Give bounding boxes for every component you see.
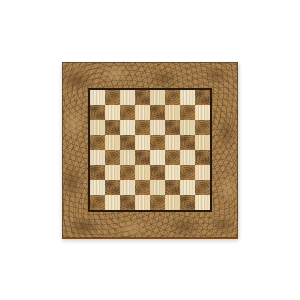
square-e3[interactable] xyxy=(150,165,165,180)
square-c3[interactable] xyxy=(120,165,135,180)
square-b7[interactable] xyxy=(105,105,120,120)
square-g2[interactable] xyxy=(180,180,195,195)
square-g1[interactable] xyxy=(180,195,195,210)
square-d4[interactable] xyxy=(135,150,150,165)
square-h3[interactable] xyxy=(195,165,210,180)
square-h5[interactable] xyxy=(195,135,210,150)
square-g7[interactable] xyxy=(180,105,195,120)
square-d8[interactable] xyxy=(135,90,150,105)
square-b8[interactable] xyxy=(105,90,120,105)
square-c6[interactable] xyxy=(120,120,135,135)
square-h6[interactable] xyxy=(195,120,210,135)
square-d1[interactable] xyxy=(135,195,150,210)
chess-grid xyxy=(90,90,210,210)
square-a2[interactable] xyxy=(90,180,105,195)
square-b6[interactable] xyxy=(105,120,120,135)
square-c7[interactable] xyxy=(120,105,135,120)
square-g6[interactable] xyxy=(180,120,195,135)
square-a3[interactable] xyxy=(90,165,105,180)
square-c2[interactable] xyxy=(120,180,135,195)
square-g4[interactable] xyxy=(180,150,195,165)
chess-board xyxy=(62,62,238,238)
square-a4[interactable] xyxy=(90,150,105,165)
square-d6[interactable] xyxy=(135,120,150,135)
square-c8[interactable] xyxy=(120,90,135,105)
square-f4[interactable] xyxy=(165,150,180,165)
square-a6[interactable] xyxy=(90,120,105,135)
square-e1[interactable] xyxy=(150,195,165,210)
square-b1[interactable] xyxy=(105,195,120,210)
square-g5[interactable] xyxy=(180,135,195,150)
square-f8[interactable] xyxy=(165,90,180,105)
square-h1[interactable] xyxy=(195,195,210,210)
square-b3[interactable] xyxy=(105,165,120,180)
square-d5[interactable] xyxy=(135,135,150,150)
square-a8[interactable] xyxy=(90,90,105,105)
square-e5[interactable] xyxy=(150,135,165,150)
square-c1[interactable] xyxy=(120,195,135,210)
square-h4[interactable] xyxy=(195,150,210,165)
square-b2[interactable] xyxy=(105,180,120,195)
square-e7[interactable] xyxy=(150,105,165,120)
square-c4[interactable] xyxy=(120,150,135,165)
square-h8[interactable] xyxy=(195,90,210,105)
square-h2[interactable] xyxy=(195,180,210,195)
square-f7[interactable] xyxy=(165,105,180,120)
square-a1[interactable] xyxy=(90,195,105,210)
square-e4[interactable] xyxy=(150,150,165,165)
playing-area-inlay-border xyxy=(88,88,212,212)
square-g3[interactable] xyxy=(180,165,195,180)
square-h7[interactable] xyxy=(195,105,210,120)
product-photo xyxy=(0,0,300,300)
square-f5[interactable] xyxy=(165,135,180,150)
square-c5[interactable] xyxy=(120,135,135,150)
square-a5[interactable] xyxy=(90,135,105,150)
square-e8[interactable] xyxy=(150,90,165,105)
square-b4[interactable] xyxy=(105,150,120,165)
square-f6[interactable] xyxy=(165,120,180,135)
square-e6[interactable] xyxy=(150,120,165,135)
square-d7[interactable] xyxy=(135,105,150,120)
square-d2[interactable] xyxy=(135,180,150,195)
square-e2[interactable] xyxy=(150,180,165,195)
square-a7[interactable] xyxy=(90,105,105,120)
square-g8[interactable] xyxy=(180,90,195,105)
square-f2[interactable] xyxy=(165,180,180,195)
square-f3[interactable] xyxy=(165,165,180,180)
square-d3[interactable] xyxy=(135,165,150,180)
square-f1[interactable] xyxy=(165,195,180,210)
square-b5[interactable] xyxy=(105,135,120,150)
